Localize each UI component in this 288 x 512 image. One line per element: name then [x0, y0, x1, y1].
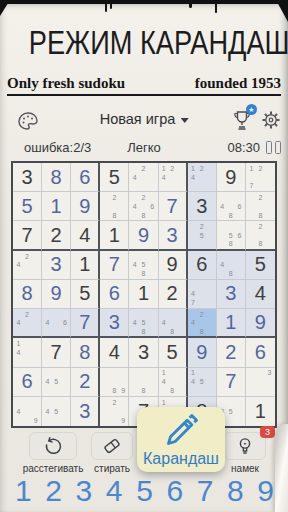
pencil-notes: 2468	[129, 192, 157, 220]
cell-r9c2[interactable]: 45	[42, 397, 71, 426]
ink-drip-decoration	[110, 4, 112, 9]
cell-r3c5[interactable]: 9	[129, 221, 158, 250]
difficulty-label: Легко	[127, 140, 161, 155]
pencil-notes: 24	[13, 251, 41, 279]
pencil-notes: 24	[129, 163, 157, 191]
cell-r1c2[interactable]: 8	[42, 163, 71, 192]
cell-r1c4[interactable]: 5	[100, 163, 129, 192]
cell-r8c9[interactable]: 3	[246, 368, 275, 397]
pencil-notes: 48	[159, 309, 186, 336]
cell-r6c5[interactable]: 458	[129, 309, 158, 338]
cell-r1c6[interactable]: 124	[159, 163, 188, 192]
cell-r5c1[interactable]: 8	[13, 280, 42, 309]
tagline-right: founded 1953	[195, 75, 281, 92]
cell-r6c9[interactable]: 9	[246, 309, 275, 338]
pencil-notes: 148	[159, 368, 186, 396]
cell-r8c2[interactable]: 45	[42, 368, 71, 397]
cell-r6c8[interactable]: 1	[217, 309, 246, 338]
cell-r7c9[interactable]: 6	[246, 338, 275, 367]
cell-r1c3[interactable]: 6	[71, 163, 100, 192]
pencil-notes: 24	[13, 309, 41, 336]
cell-r7c1[interactable]: 14	[13, 338, 42, 367]
new-game-label: Новая игра	[100, 111, 176, 127]
ink-drip-decoration	[215, 4, 217, 13]
pencil-notes: 124	[159, 163, 186, 191]
pencil-label: Карандаш	[143, 450, 219, 468]
cell-r7c5[interactable]: 3	[129, 338, 158, 367]
cell-r5c8[interactable]: 3	[217, 280, 246, 309]
cell-r2c8[interactable]: 468	[217, 192, 246, 221]
cell-r1c8[interactable]: 9	[217, 163, 246, 192]
cell-r4c9[interactable]: 5	[246, 251, 275, 280]
cell-r6c3[interactable]: 7	[71, 309, 100, 338]
lightbulb-icon: 3	[224, 432, 266, 460]
pencil-notes: 124	[188, 163, 216, 191]
cell-r8c1[interactable]: 6	[13, 368, 42, 397]
pencil-icon	[161, 411, 201, 451]
pencil-mode-button[interactable]: Карандаш	[137, 407, 225, 472]
cell-r3c1[interactable]: 7	[13, 221, 42, 250]
pencil-notes: 28	[246, 221, 275, 248]
cell-r4c2[interactable]: 3	[42, 251, 71, 280]
pencil-notes: 47	[188, 280, 216, 308]
cell-r2c6[interactable]: 7	[159, 192, 188, 221]
cell-r2c7[interactable]: 3	[188, 192, 217, 221]
pencil-notes: 568	[217, 221, 245, 248]
cell-r7c6[interactable]: 5	[159, 338, 188, 367]
undo-icon	[29, 432, 77, 460]
cell-r1c9[interactable]: 127	[246, 163, 275, 192]
cell-r2c9[interactable]: 28	[246, 192, 275, 221]
pad-digit-6[interactable]: 6	[166, 476, 183, 506]
masthead-taglines: Only fresh sudoku founded 1953	[7, 73, 281, 96]
pencil-notes: 14	[13, 338, 41, 366]
cell-r2c1[interactable]: 5	[13, 192, 42, 221]
cell-r7c4[interactable]: 4	[100, 338, 129, 367]
cell-r8c7[interactable]: 145	[188, 368, 217, 397]
paper-tear-decoration	[0, 0, 288, 4]
pad-digit-8[interactable]: 8	[227, 476, 244, 506]
pad-digit-2[interactable]: 2	[45, 476, 62, 506]
cell-r8c6[interactable]: 148	[159, 368, 188, 397]
trophy-star-badge: ★	[246, 104, 257, 115]
pencil-notes: 8	[129, 368, 157, 396]
cell-r2c5[interactable]: 2468	[129, 192, 158, 221]
cell-r9c1[interactable]: 49	[13, 397, 42, 426]
cell-r9c3[interactable]: 3	[71, 397, 100, 426]
cell-r3c4[interactable]: 1	[100, 221, 129, 250]
pad-digit-9[interactable]: 9	[257, 476, 274, 506]
cell-r2c2[interactable]: 1	[42, 192, 71, 221]
sudoku-board: 3865241241249127519282468734682872419325…	[11, 161, 277, 428]
status-bar: ошибка:2/3 Легко 08:30	[0, 140, 288, 158]
cell-r4c3[interactable]: 1	[71, 251, 100, 280]
cell-r9c9[interactable]: 1	[246, 397, 275, 426]
app-screen: РЕЖИМ КАРАНДАША Only fresh sudoku founde…	[0, 0, 288, 512]
pencil-notes: 468	[217, 192, 245, 220]
cell-r7c8[interactable]: 2	[217, 338, 246, 367]
pad-digit-4[interactable]: 4	[106, 476, 123, 506]
cell-r6c2[interactable]: 46	[42, 309, 71, 338]
pencil-notes: 3	[246, 368, 275, 396]
cell-r2c4[interactable]: 28	[100, 192, 129, 221]
cell-r1c5[interactable]: 24	[129, 163, 158, 192]
cell-r5c6[interactable]: 2	[159, 280, 188, 309]
cell-r3c8[interactable]: 568	[217, 221, 246, 250]
pencil-notes: 25	[188, 221, 216, 248]
cell-r7c7[interactable]: 9	[188, 338, 217, 367]
pencil-notes: 28	[100, 192, 128, 220]
cell-r4c8[interactable]: 48	[217, 251, 246, 280]
pencil-notes: 46	[42, 309, 70, 336]
pencil-notes: 29	[100, 397, 128, 426]
hint-count-badge: 3	[260, 426, 275, 438]
pad-digit-1[interactable]: 1	[15, 476, 32, 506]
pencil-notes: 49	[13, 397, 41, 426]
pencil-notes: 89	[100, 368, 128, 396]
cell-r6c6[interactable]: 48	[159, 309, 188, 338]
settings-button[interactable]	[261, 110, 281, 130]
pencil-notes: 145	[188, 368, 216, 396]
mistakes-counter: ошибка:2/3	[24, 140, 91, 155]
cell-r4c6[interactable]: 9	[159, 251, 188, 280]
pad-digit-3[interactable]: 3	[76, 476, 93, 506]
cell-r5c7[interactable]: 47	[188, 280, 217, 309]
timer: 08:30	[227, 140, 260, 155]
cell-r6c7[interactable]: 248	[188, 309, 217, 338]
pad-digit-5[interactable]: 5	[136, 476, 153, 506]
pencil-notes: 48	[217, 251, 245, 279]
page-curl-decoration	[275, 424, 288, 512]
gear-icon	[261, 110, 281, 130]
pencil-notes: 458	[129, 309, 157, 336]
pencil-notes: 45	[42, 397, 70, 426]
theme-palette-button[interactable]	[17, 111, 39, 131]
pencil-notes: 45	[42, 368, 70, 396]
cell-r5c4[interactable]: 6	[100, 280, 129, 309]
app-toolbar: Новая игра ★	[0, 104, 288, 138]
cell-r1c1[interactable]: 3	[13, 163, 42, 192]
pencil-notes: 458	[129, 251, 157, 279]
page-title: РЕЖИМ КАРАНДАША	[29, 23, 259, 62]
eraser-icon	[91, 432, 133, 460]
pause-button[interactable]	[266, 141, 281, 154]
cell-r8c5[interactable]: 8	[129, 368, 158, 397]
cell-r4c5[interactable]: 458	[129, 251, 158, 280]
cell-r5c5[interactable]: 1	[129, 280, 158, 309]
cell-r2c3[interactable]: 9	[71, 192, 100, 221]
new-game-menu[interactable]: Новая игра	[100, 111, 189, 127]
palette-icon	[17, 111, 39, 131]
cell-r4c1[interactable]: 24	[13, 251, 42, 280]
cell-r6c4[interactable]: 3	[100, 309, 129, 338]
ink-drip-decoration	[105, 4, 107, 12]
cell-r9c4[interactable]: 29	[100, 397, 129, 426]
cell-r3c7[interactable]: 25	[188, 221, 217, 250]
cell-r6c1[interactable]: 24	[13, 309, 42, 338]
pencil-notes: 127	[246, 163, 275, 191]
chevron-down-icon	[180, 118, 188, 123]
ink-drip-decoration	[189, 4, 192, 8]
erase-button[interactable]: стирать	[80, 432, 144, 474]
cell-r7c2[interactable]: 7	[42, 338, 71, 367]
pencil-notes: 28	[246, 192, 275, 220]
number-pad: 123456789	[0, 470, 288, 512]
cell-r7c3[interactable]: 8	[71, 338, 100, 367]
cell-r5c2[interactable]: 9	[42, 280, 71, 309]
cell-r4c7[interactable]: 6	[188, 251, 217, 280]
tagline-left: Only fresh sudoku	[7, 75, 125, 92]
cell-r3c9[interactable]: 28	[246, 221, 275, 250]
cell-r8c8[interactable]: 7	[217, 368, 246, 397]
cell-r3c3[interactable]: 4	[71, 221, 100, 250]
cell-r5c9[interactable]: 4	[246, 280, 275, 309]
cell-r5c3[interactable]: 5	[71, 280, 100, 309]
trophy-button[interactable]: ★	[231, 108, 253, 132]
pencil-notes: 248	[188, 309, 216, 336]
pad-digit-7[interactable]: 7	[197, 476, 214, 506]
cell-r4c4[interactable]: 7	[100, 251, 129, 280]
cell-r3c2[interactable]: 2	[42, 221, 71, 250]
cell-r1c7[interactable]: 124	[188, 163, 217, 192]
cell-r8c4[interactable]: 89	[100, 368, 129, 397]
cell-r3c6[interactable]: 3	[159, 221, 188, 250]
cell-r8c3[interactable]: 2	[71, 368, 100, 397]
